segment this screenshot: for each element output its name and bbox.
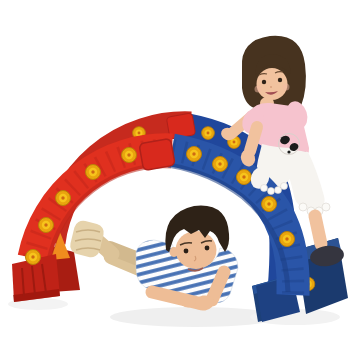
- girl-near-arm: [250, 127, 257, 151]
- boy-hand: [180, 295, 196, 308]
- boy: [68, 206, 238, 313]
- front-connector-plate: [139, 138, 175, 170]
- product-photo: [0, 0, 350, 350]
- girl-calf: [315, 216, 321, 244]
- boy-eye: [184, 249, 189, 254]
- girl-face: [257, 68, 288, 100]
- girl-blush: [283, 84, 290, 91]
- boy-ear: [170, 247, 179, 257]
- girl-eye: [262, 80, 266, 84]
- arch-climber-scene: [0, 0, 350, 350]
- boy-eye: [205, 246, 210, 251]
- back-rail-button: [202, 127, 215, 140]
- girl-blush: [255, 86, 262, 93]
- boy-face: [176, 231, 217, 269]
- girl-eye: [278, 78, 282, 82]
- girl-nose: [270, 86, 272, 88]
